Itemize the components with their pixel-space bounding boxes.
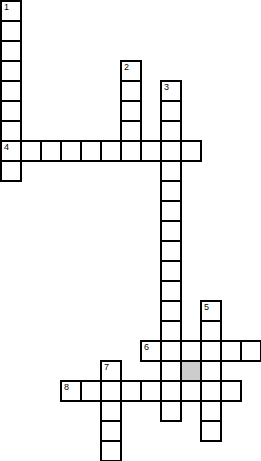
cell[interactable]: 5 xyxy=(200,300,222,322)
cell[interactable] xyxy=(200,340,222,362)
clue-number: 6 xyxy=(144,342,149,353)
cell[interactable] xyxy=(200,420,222,442)
cell[interactable] xyxy=(160,400,182,422)
cell[interactable] xyxy=(120,80,142,102)
cell[interactable] xyxy=(80,140,102,162)
cell[interactable]: 2 xyxy=(120,60,142,82)
highlighted-cell[interactable] xyxy=(180,360,202,382)
cell[interactable] xyxy=(160,300,182,322)
clue-number: 3 xyxy=(164,82,169,93)
cell[interactable] xyxy=(100,440,122,461)
cell[interactable] xyxy=(100,400,122,422)
cell[interactable]: 4 xyxy=(0,140,22,162)
cell[interactable] xyxy=(160,120,182,142)
cell[interactable] xyxy=(120,120,142,142)
cell[interactable] xyxy=(20,140,42,162)
cell[interactable] xyxy=(140,380,162,402)
clue-number: 2 xyxy=(124,62,129,73)
cell[interactable] xyxy=(160,140,182,162)
cell[interactable] xyxy=(0,40,22,62)
cell[interactable] xyxy=(160,380,182,402)
cell[interactable]: 3 xyxy=(160,80,182,102)
cell[interactable] xyxy=(160,320,182,342)
cell[interactable] xyxy=(220,340,242,362)
cell[interactable] xyxy=(0,160,22,182)
crossword-board: 12345678 xyxy=(0,0,261,461)
cell[interactable] xyxy=(0,60,22,82)
cell[interactable] xyxy=(240,340,261,362)
cell[interactable] xyxy=(120,100,142,122)
cell[interactable] xyxy=(100,140,122,162)
cell[interactable] xyxy=(180,140,202,162)
cell[interactable] xyxy=(160,100,182,122)
clue-number: 8 xyxy=(64,382,69,393)
cell[interactable] xyxy=(180,380,202,402)
cell[interactable] xyxy=(160,360,182,382)
cell[interactable] xyxy=(0,120,22,142)
clue-number: 4 xyxy=(4,142,9,153)
clue-number: 1 xyxy=(4,2,9,13)
cell[interactable] xyxy=(0,80,22,102)
cell[interactable] xyxy=(60,140,82,162)
cell[interactable] xyxy=(200,320,222,342)
cell[interactable] xyxy=(140,140,162,162)
clue-number: 5 xyxy=(204,302,209,313)
cell[interactable]: 8 xyxy=(60,380,82,402)
cell[interactable]: 7 xyxy=(100,360,122,382)
cell[interactable] xyxy=(200,380,222,402)
cell[interactable] xyxy=(100,420,122,442)
cell[interactable]: 1 xyxy=(0,0,22,22)
cell[interactable] xyxy=(160,280,182,302)
cell[interactable] xyxy=(0,20,22,42)
cell[interactable] xyxy=(200,400,222,422)
cell[interactable] xyxy=(0,100,22,122)
cell[interactable] xyxy=(160,160,182,182)
cell[interactable] xyxy=(40,140,62,162)
cell[interactable] xyxy=(160,340,182,362)
cell[interactable] xyxy=(180,340,202,362)
cell[interactable] xyxy=(80,380,102,402)
cell[interactable] xyxy=(120,380,142,402)
cell[interactable] xyxy=(100,380,122,402)
cell[interactable] xyxy=(160,220,182,242)
cell[interactable] xyxy=(160,200,182,222)
cell[interactable] xyxy=(160,180,182,202)
cell[interactable]: 6 xyxy=(140,340,162,362)
cell[interactable] xyxy=(160,260,182,282)
cell[interactable] xyxy=(220,380,242,402)
clue-number: 7 xyxy=(104,362,109,373)
cell[interactable] xyxy=(120,140,142,162)
cell[interactable] xyxy=(160,240,182,262)
cell[interactable] xyxy=(200,360,222,382)
